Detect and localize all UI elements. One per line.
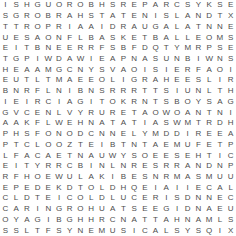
grid-cell-r11c7[interactable]: V: [64, 107, 75, 118]
grid-cell-r10c10[interactable]: T: [97, 97, 108, 108]
grid-cell-r21c4[interactable]: G: [32, 215, 43, 226]
grid-cell-r14c13[interactable]: N: [129, 139, 140, 150]
grid-cell-r8c13[interactable]: G: [129, 75, 140, 86]
grid-cell-r8c1[interactable]: E: [0, 75, 11, 86]
grid-cell-r17c7[interactable]: U: [64, 172, 75, 183]
grid-cell-r5c20[interactable]: P: [204, 43, 215, 54]
grid-cell-r21c20[interactable]: M: [204, 215, 215, 226]
grid-cell-r4c9[interactable]: B: [86, 32, 97, 43]
grid-cell-r21c21[interactable]: L: [215, 215, 226, 226]
grid-cell-r5c13[interactable]: F: [129, 43, 140, 54]
grid-cell-r20c8[interactable]: O: [75, 204, 86, 215]
grid-cell-r8c3[interactable]: T: [21, 75, 32, 86]
grid-cell-r14c3[interactable]: C: [21, 139, 32, 150]
grid-cell-r16c11[interactable]: L: [107, 161, 118, 172]
grid-cell-r19c13[interactable]: C: [129, 193, 140, 204]
grid-cell-r9c19[interactable]: N: [193, 86, 204, 97]
grid-cell-r1c18[interactable]: S: [182, 0, 193, 11]
grid-cell-r8c9[interactable]: E: [86, 75, 97, 86]
grid-cell-r16c12[interactable]: N: [118, 161, 129, 172]
grid-cell-r7c6[interactable]: G: [54, 64, 65, 75]
grid-cell-r10c20[interactable]: S: [204, 97, 215, 108]
grid-cell-r14c18[interactable]: U: [182, 139, 193, 150]
grid-cell-r14c12[interactable]: T: [118, 139, 129, 150]
grid-cell-r18c8[interactable]: T: [75, 182, 86, 193]
grid-cell-r2c22[interactable]: X: [225, 11, 236, 22]
grid-cell-r3c3[interactable]: R: [21, 21, 32, 32]
grid-cell-r21c13[interactable]: A: [129, 215, 140, 226]
grid-cell-r8c8[interactable]: E: [75, 75, 86, 86]
grid-cell-r14c2[interactable]: T: [11, 139, 22, 150]
grid-cell-r20c13[interactable]: S: [129, 204, 140, 215]
grid-cell-r6c21[interactable]: N: [215, 54, 226, 65]
grid-cell-r6c12[interactable]: P: [118, 54, 129, 65]
grid-cell-r9c4[interactable]: F: [32, 86, 43, 97]
grid-cell-r16c9[interactable]: I: [86, 161, 97, 172]
grid-cell-r2c21[interactable]: T: [215, 11, 226, 22]
grid-cell-r9c21[interactable]: T: [215, 86, 226, 97]
grid-cell-r8c22[interactable]: R: [225, 75, 236, 86]
grid-cell-r9c20[interactable]: L: [204, 86, 215, 97]
grid-cell-r6c19[interactable]: I: [193, 54, 204, 65]
grid-cell-r4c18[interactable]: L: [182, 32, 193, 43]
grid-cell-r15c16[interactable]: E: [161, 150, 172, 161]
grid-cell-r6c7[interactable]: A: [64, 54, 75, 65]
grid-cell-r14c20[interactable]: E: [204, 139, 215, 150]
grid-cell-r1c14[interactable]: P: [139, 0, 150, 11]
grid-cell-r5c22[interactable]: E: [225, 43, 236, 54]
grid-cell-r16c4[interactable]: Y: [32, 161, 43, 172]
grid-cell-r7c16[interactable]: I: [161, 64, 172, 75]
grid-cell-r7c19[interactable]: F: [193, 64, 204, 75]
grid-cell-r20c17[interactable]: I: [172, 204, 183, 215]
grid-cell-r2c5[interactable]: B: [43, 11, 54, 22]
grid-cell-r2c15[interactable]: I: [150, 11, 161, 22]
grid-cell-r6c10[interactable]: E: [97, 54, 108, 65]
grid-cell-r19c10[interactable]: D: [97, 193, 108, 204]
grid-cell-r6c22[interactable]: S: [225, 54, 236, 65]
grid-cell-r16c14[interactable]: E: [139, 161, 150, 172]
grid-cell-r21c19[interactable]: A: [193, 215, 204, 226]
grid-cell-r7c3[interactable]: A: [21, 64, 32, 75]
grid-cell-r20c7[interactable]: R: [64, 204, 75, 215]
grid-cell-r19c2[interactable]: L: [11, 193, 22, 204]
grid-cell-r5c9[interactable]: R: [86, 43, 97, 54]
grid-cell-r3c17[interactable]: L: [172, 21, 183, 32]
grid-cell-r19c22[interactable]: C: [225, 193, 236, 204]
grid-cell-r2c16[interactable]: S: [161, 11, 172, 22]
grid-cell-r9c9[interactable]: N: [86, 86, 97, 97]
grid-cell-r3c20[interactable]: N: [204, 21, 215, 32]
grid-cell-r12c3[interactable]: K: [21, 118, 32, 129]
grid-cell-r15c5[interactable]: A: [43, 150, 54, 161]
grid-cell-r9c10[interactable]: S: [97, 86, 108, 97]
grid-cell-r3c14[interactable]: U: [139, 21, 150, 32]
grid-cell-r5c19[interactable]: R: [193, 43, 204, 54]
grid-cell-r13c21[interactable]: E: [215, 129, 226, 140]
grid-cell-r17c3[interactable]: H: [21, 172, 32, 183]
grid-cell-r1c8[interactable]: O: [75, 0, 86, 11]
grid-cell-r4c6[interactable]: N: [54, 32, 65, 43]
grid-cell-r15c4[interactable]: C: [32, 150, 43, 161]
grid-cell-r8c15[interactable]: A: [150, 75, 161, 86]
grid-cell-r9c14[interactable]: T: [139, 86, 150, 97]
grid-cell-r10c12[interactable]: K: [118, 97, 129, 108]
grid-cell-r5c8[interactable]: R: [75, 43, 86, 54]
grid-cell-r11c17[interactable]: O: [172, 107, 183, 118]
grid-cell-r13c5[interactable]: O: [43, 129, 54, 140]
grid-cell-r5c16[interactable]: T: [161, 43, 172, 54]
grid-cell-r11c4[interactable]: E: [32, 107, 43, 118]
grid-cell-r1c15[interactable]: A: [150, 0, 161, 11]
grid-cell-r12c11[interactable]: T: [107, 118, 118, 129]
grid-cell-r21c2[interactable]: Y: [11, 215, 22, 226]
grid-cell-r17c4[interactable]: O: [32, 172, 43, 183]
grid-cell-r20c14[interactable]: E: [139, 204, 150, 215]
grid-cell-r15c2[interactable]: F: [11, 150, 22, 161]
grid-cell-r16c1[interactable]: E: [0, 161, 11, 172]
grid-cell-r3c10[interactable]: I: [97, 21, 108, 32]
grid-cell-r12c12[interactable]: A: [118, 118, 129, 129]
grid-cell-r16c18[interactable]: A: [182, 161, 193, 172]
grid-cell-r15c19[interactable]: H: [193, 150, 204, 161]
grid-cell-r11c13[interactable]: T: [129, 107, 140, 118]
grid-cell-r11c19[interactable]: N: [193, 107, 204, 118]
grid-cell-r9c8[interactable]: B: [75, 86, 86, 97]
grid-cell-r13c2[interactable]: H: [11, 129, 22, 140]
grid-cell-r20c9[interactable]: H: [86, 204, 97, 215]
grid-cell-r19c3[interactable]: D: [21, 193, 32, 204]
grid-cell-r9c2[interactable]: N: [11, 86, 22, 97]
grid-cell-r10c14[interactable]: N: [139, 97, 150, 108]
grid-cell-r2c7[interactable]: A: [64, 11, 75, 22]
grid-cell-r14c11[interactable]: B: [107, 139, 118, 150]
grid-cell-r13c12[interactable]: E: [118, 129, 129, 140]
grid-cell-r4c14[interactable]: T: [139, 32, 150, 43]
grid-cell-r21c3[interactable]: A: [21, 215, 32, 226]
grid-cell-r3c8[interactable]: A: [75, 21, 86, 32]
grid-cell-r13c1[interactable]: P: [0, 129, 11, 140]
grid-cell-r8c17[interactable]: E: [172, 75, 183, 86]
grid-cell-r10c13[interactable]: R: [129, 97, 140, 108]
grid-cell-r15c7[interactable]: T: [64, 150, 75, 161]
grid-cell-r14c10[interactable]: I: [97, 139, 108, 150]
grid-cell-r22c22[interactable]: X: [225, 225, 236, 236]
grid-cell-r21c7[interactable]: G: [64, 215, 75, 226]
grid-cell-r9c13[interactable]: R: [129, 86, 140, 97]
grid-cell-r12c2[interactable]: A: [11, 118, 22, 129]
grid-cell-r4c22[interactable]: S: [225, 32, 236, 43]
grid-cell-r12c14[interactable]: I: [139, 118, 150, 129]
grid-cell-r5c10[interactable]: F: [97, 43, 108, 54]
grid-cell-r14c22[interactable]: P: [225, 139, 236, 150]
grid-cell-r7c22[interactable]: I: [225, 64, 236, 75]
grid-cell-r22c14[interactable]: C: [139, 225, 150, 236]
grid-cell-r18c11[interactable]: D: [107, 182, 118, 193]
grid-cell-r9c16[interactable]: S: [161, 86, 172, 97]
grid-cell-r2c19[interactable]: N: [193, 11, 204, 22]
grid-cell-r17c20[interactable]: M: [204, 172, 215, 183]
grid-cell-r10c9[interactable]: I: [86, 97, 97, 108]
grid-cell-r21c14[interactable]: T: [139, 215, 150, 226]
grid-cell-r22c21[interactable]: I: [215, 225, 226, 236]
grid-cell-r16c2[interactable]: I: [11, 161, 22, 172]
grid-cell-r6c8[interactable]: W: [75, 54, 86, 65]
grid-cell-r3c12[interactable]: R: [118, 21, 129, 32]
grid-cell-r1c11[interactable]: S: [107, 0, 118, 11]
grid-cell-r22c2[interactable]: S: [11, 225, 22, 236]
grid-cell-r6c14[interactable]: A: [139, 54, 150, 65]
grid-cell-r17c2[interactable]: F: [11, 172, 22, 183]
grid-cell-r3c4[interactable]: O: [32, 21, 43, 32]
grid-cell-r13c22[interactable]: A: [225, 129, 236, 140]
grid-cell-r12c8[interactable]: H: [75, 118, 86, 129]
grid-cell-r9c7[interactable]: I: [64, 86, 75, 97]
grid-cell-r14c1[interactable]: P: [0, 139, 11, 150]
grid-cell-r14c9[interactable]: E: [86, 139, 97, 150]
grid-cell-r22c8[interactable]: N: [75, 225, 86, 236]
grid-cell-r10c7[interactable]: A: [64, 97, 75, 108]
grid-cell-r10c19[interactable]: Y: [193, 97, 204, 108]
grid-cell-r22c7[interactable]: Y: [64, 225, 75, 236]
grid-cell-r20c20[interactable]: A: [204, 204, 215, 215]
grid-cell-r3c15[interactable]: G: [150, 21, 161, 32]
grid-cell-r2c18[interactable]: A: [182, 11, 193, 22]
grid-cell-r9c15[interactable]: T: [150, 86, 161, 97]
grid-cell-r3c22[interactable]: E: [225, 21, 236, 32]
grid-cell-r18c14[interactable]: E: [139, 182, 150, 193]
grid-cell-r9c22[interactable]: H: [225, 86, 236, 97]
grid-cell-r17c19[interactable]: S: [193, 172, 204, 183]
grid-cell-r8c11[interactable]: L: [107, 75, 118, 86]
grid-cell-r15c22[interactable]: C: [225, 150, 236, 161]
grid-cell-r4c21[interactable]: M: [215, 32, 226, 43]
grid-cell-r16c20[interactable]: D: [204, 161, 215, 172]
grid-cell-r15c10[interactable]: U: [97, 150, 108, 161]
grid-cell-r1c22[interactable]: E: [225, 0, 236, 11]
grid-cell-r15c14[interactable]: O: [139, 150, 150, 161]
grid-cell-r5c5[interactable]: N: [43, 43, 54, 54]
grid-cell-r22c6[interactable]: S: [54, 225, 65, 236]
grid-cell-r17c21[interactable]: U: [215, 172, 226, 183]
grid-cell-r6c4[interactable]: I: [32, 54, 43, 65]
grid-cell-r16c19[interactable]: N: [193, 161, 204, 172]
grid-cell-r19c11[interactable]: L: [107, 193, 118, 204]
grid-cell-r17c10[interactable]: K: [97, 172, 108, 183]
grid-cell-r1c12[interactable]: R: [118, 0, 129, 11]
grid-cell-r6c1[interactable]: T: [0, 54, 11, 65]
grid-cell-r7c21[interactable]: O: [215, 64, 226, 75]
grid-cell-r10c22[interactable]: G: [225, 97, 236, 108]
grid-cell-r11c9[interactable]: R: [86, 107, 97, 118]
grid-cell-r15c20[interactable]: T: [204, 150, 215, 161]
grid-cell-r8c10[interactable]: O: [97, 75, 108, 86]
grid-cell-r1c3[interactable]: H: [21, 0, 32, 11]
grid-cell-r12c20[interactable]: R: [204, 118, 215, 129]
grid-cell-r14c21[interactable]: T: [215, 139, 226, 150]
grid-cell-r15c12[interactable]: Y: [118, 150, 129, 161]
grid-cell-r10c4[interactable]: R: [32, 97, 43, 108]
grid-cell-r5c12[interactable]: B: [118, 43, 129, 54]
grid-cell-r19c6[interactable]: I: [54, 193, 65, 204]
grid-cell-r12c4[interactable]: F: [32, 118, 43, 129]
grid-cell-r10c5[interactable]: C: [43, 97, 54, 108]
grid-cell-r3c1[interactable]: T: [0, 21, 11, 32]
grid-cell-r12c21[interactable]: D: [215, 118, 226, 129]
grid-cell-r20c19[interactable]: N: [193, 204, 204, 215]
grid-cell-r7c9[interactable]: Y: [86, 64, 97, 75]
grid-cell-r20c18[interactable]: D: [182, 204, 193, 215]
grid-cell-r8c20[interactable]: L: [204, 75, 215, 86]
grid-cell-r5c1[interactable]: E: [0, 43, 11, 54]
grid-cell-r21c9[interactable]: H: [86, 215, 97, 226]
grid-cell-r12c19[interactable]: T: [193, 118, 204, 129]
grid-cell-r18c6[interactable]: K: [54, 182, 65, 193]
grid-cell-r1c19[interactable]: Y: [193, 0, 204, 11]
grid-cell-r16c3[interactable]: T: [21, 161, 32, 172]
grid-cell-r19c15[interactable]: R: [150, 193, 161, 204]
grid-cell-r4c12[interactable]: K: [118, 32, 129, 43]
grid-cell-r11c16[interactable]: W: [161, 107, 172, 118]
grid-cell-r21c5[interactable]: I: [43, 215, 54, 226]
grid-cell-r13c14[interactable]: Y: [139, 129, 150, 140]
grid-cell-r11c20[interactable]: T: [204, 107, 215, 118]
grid-cell-r16c5[interactable]: R: [43, 161, 54, 172]
grid-cell-r13c17[interactable]: D: [172, 129, 183, 140]
grid-cell-r5c7[interactable]: E: [64, 43, 75, 54]
grid-cell-r7c1[interactable]: H: [0, 64, 11, 75]
grid-cell-r14c8[interactable]: T: [75, 139, 86, 150]
grid-cell-r19c21[interactable]: E: [215, 193, 226, 204]
grid-cell-r5c2[interactable]: I: [11, 43, 22, 54]
grid-cell-r5c18[interactable]: M: [182, 43, 193, 54]
grid-cell-r6c16[interactable]: U: [161, 54, 172, 65]
grid-cell-r6c3[interactable]: P: [21, 54, 32, 65]
grid-cell-r21c10[interactable]: R: [97, 215, 108, 226]
grid-cell-r2c10[interactable]: T: [97, 11, 108, 22]
grid-cell-r19c18[interactable]: D: [182, 193, 193, 204]
grid-cell-r21c17[interactable]: H: [172, 215, 183, 226]
grid-cell-r20c11[interactable]: A: [107, 204, 118, 215]
grid-cell-r3c7[interactable]: I: [64, 21, 75, 32]
grid-cell-r4c3[interactable]: S: [21, 32, 32, 43]
grid-cell-r7c5[interactable]: M: [43, 64, 54, 75]
grid-cell-r1c13[interactable]: E: [129, 0, 140, 11]
grid-cell-r6c5[interactable]: W: [43, 54, 54, 65]
grid-cell-r18c10[interactable]: L: [97, 182, 108, 193]
grid-cell-r7c7[interactable]: C: [64, 64, 75, 75]
grid-cell-r9c18[interactable]: U: [182, 86, 193, 97]
grid-cell-r8c5[interactable]: T: [43, 75, 54, 86]
grid-cell-r4c2[interactable]: E: [11, 32, 22, 43]
grid-cell-r3c9[interactable]: A: [86, 21, 97, 32]
grid-cell-r21c6[interactable]: B: [54, 215, 65, 226]
grid-cell-r17c9[interactable]: A: [86, 172, 97, 183]
grid-cell-r1c7[interactable]: R: [64, 0, 75, 11]
grid-cell-r21c22[interactable]: S: [225, 215, 236, 226]
grid-cell-r22c18[interactable]: Y: [182, 225, 193, 236]
grid-cell-r17c8[interactable]: L: [75, 172, 86, 183]
grid-cell-r2c6[interactable]: R: [54, 11, 65, 22]
grid-cell-r15c17[interactable]: S: [172, 150, 183, 161]
grid-cell-r8c4[interactable]: L: [32, 75, 43, 86]
grid-cell-r8c7[interactable]: A: [64, 75, 75, 86]
grid-cell-r2c14[interactable]: N: [139, 11, 150, 22]
grid-cell-r22c11[interactable]: U: [107, 225, 118, 236]
grid-cell-r8c19[interactable]: S: [193, 75, 204, 86]
grid-cell-r12c9[interactable]: N: [86, 118, 97, 129]
grid-cell-r22c19[interactable]: S: [193, 225, 204, 236]
grid-cell-r7c10[interactable]: S: [97, 64, 108, 75]
grid-cell-r15c1[interactable]: L: [0, 150, 11, 161]
grid-cell-r12c18[interactable]: M: [182, 118, 193, 129]
grid-cell-r17c1[interactable]: R: [0, 172, 11, 183]
grid-cell-r22c4[interactable]: T: [32, 225, 43, 236]
grid-cell-r21c11[interactable]: C: [107, 215, 118, 226]
grid-cell-r11c2[interactable]: V: [11, 107, 22, 118]
grid-cell-r12c16[interactable]: S: [161, 118, 172, 129]
grid-cell-r14c4[interactable]: L: [32, 139, 43, 150]
grid-cell-r17c5[interactable]: E: [43, 172, 54, 183]
grid-cell-r7c4[interactable]: A: [32, 64, 43, 75]
grid-cell-r14c5[interactable]: O: [43, 139, 54, 150]
grid-cell-r2c2[interactable]: G: [11, 11, 22, 22]
grid-cell-r18c7[interactable]: D: [64, 182, 75, 193]
grid-cell-r1c10[interactable]: H: [97, 0, 108, 11]
grid-cell-r15c3[interactable]: A: [21, 150, 32, 161]
grid-cell-r13c19[interactable]: R: [193, 129, 204, 140]
grid-cell-r10c21[interactable]: A: [215, 97, 226, 108]
grid-cell-r4c10[interactable]: A: [97, 32, 108, 43]
grid-cell-r3c2[interactable]: T: [11, 21, 22, 32]
grid-cell-r21c18[interactable]: N: [182, 215, 193, 226]
grid-cell-r12c6[interactable]: W: [54, 118, 65, 129]
grid-cell-r4c15[interactable]: B: [150, 32, 161, 43]
grid-cell-r22c9[interactable]: E: [86, 225, 97, 236]
grid-cell-r15c13[interactable]: S: [129, 150, 140, 161]
grid-cell-r22c17[interactable]: S: [172, 225, 183, 236]
grid-cell-r7c13[interactable]: O: [129, 64, 140, 75]
grid-cell-r15c21[interactable]: I: [215, 150, 226, 161]
grid-cell-r13c18[interactable]: I: [182, 129, 193, 140]
grid-cell-r4c7[interactable]: F: [64, 32, 75, 43]
grid-cell-r3c21[interactable]: N: [215, 21, 226, 32]
grid-cell-r2c4[interactable]: O: [32, 11, 43, 22]
grid-cell-r19c7[interactable]: C: [64, 193, 75, 204]
grid-cell-r13c13[interactable]: L: [129, 129, 140, 140]
grid-cell-r8c18[interactable]: E: [182, 75, 193, 86]
grid-cell-r11c14[interactable]: A: [139, 107, 150, 118]
grid-cell-r22c15[interactable]: A: [150, 225, 161, 236]
grid-cell-r15c15[interactable]: E: [150, 150, 161, 161]
grid-cell-r1c20[interactable]: K: [204, 0, 215, 11]
grid-cell-r21c1[interactable]: O: [0, 215, 11, 226]
grid-cell-r13c11[interactable]: N: [107, 129, 118, 140]
grid-cell-r15c8[interactable]: N: [75, 150, 86, 161]
grid-cell-r1c6[interactable]: O: [54, 0, 65, 11]
grid-cell-r18c18[interactable]: I: [182, 182, 193, 193]
grid-cell-r6c2[interactable]: G: [11, 54, 22, 65]
grid-cell-r12c7[interactable]: E: [64, 118, 75, 129]
grid-cell-r16c21[interactable]: N: [215, 161, 226, 172]
grid-cell-r15c6[interactable]: E: [54, 150, 65, 161]
grid-cell-r4c19[interactable]: E: [193, 32, 204, 43]
grid-cell-r5c17[interactable]: Y: [172, 43, 183, 54]
grid-cell-r19c12[interactable]: U: [118, 193, 129, 204]
grid-cell-r19c16[interactable]: I: [161, 193, 172, 204]
grid-cell-r19c20[interactable]: N: [204, 193, 215, 204]
grid-cell-r10c16[interactable]: S: [161, 97, 172, 108]
